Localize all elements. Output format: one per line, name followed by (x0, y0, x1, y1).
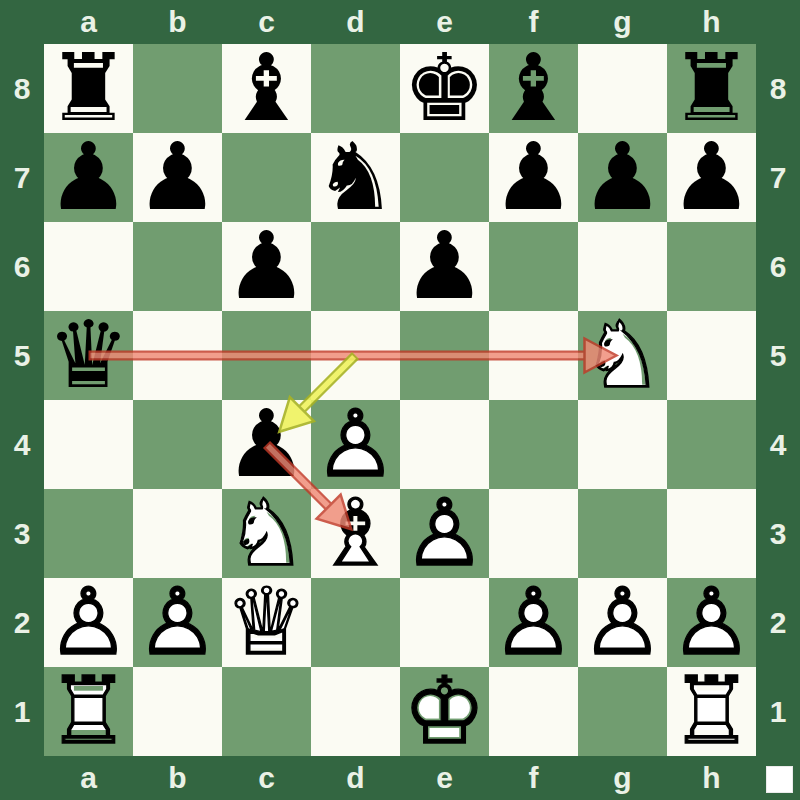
piece-glyph-fill: ♚ (403, 667, 486, 756)
black-knight: ♞ (311, 133, 400, 222)
file-label-bottom-g: g (578, 756, 667, 800)
piece-glyph-outline: ♙ (403, 489, 486, 578)
piece-glyph-outline: ♙ (136, 578, 219, 667)
file-labels-top: abcdefgh (44, 0, 756, 44)
square-c3[interactable]: ♞♘ (222, 489, 311, 578)
square-g7[interactable]: ♟ (578, 133, 667, 222)
piece-glyph-outline: ♙ (670, 578, 753, 667)
piece-glyph: ♟ (581, 133, 664, 222)
square-f6[interactable] (489, 222, 578, 311)
square-c1[interactable] (222, 667, 311, 756)
piece-glyph-fill: ♟ (670, 578, 753, 667)
piece-glyph: ♞ (314, 133, 397, 222)
piece-glyph-outline: ♖ (670, 667, 753, 756)
piece-glyph-fill: ♜ (47, 667, 130, 756)
piece-glyph: ♟ (225, 400, 308, 489)
rank-label-right-4: 4 (756, 400, 800, 489)
piece-glyph-outline: ♙ (314, 400, 397, 489)
rank-label-left-2: 2 (0, 578, 44, 667)
rank-label-right-5: 5 (756, 311, 800, 400)
square-b5[interactable] (133, 311, 222, 400)
file-label-top-d: d (311, 0, 400, 44)
square-e6[interactable]: ♟ (400, 222, 489, 311)
square-e5[interactable] (400, 311, 489, 400)
chessboard-frame: abcdefgh abcdefgh 87654321 87654321 ♜♝♚♝… (0, 0, 800, 800)
piece-glyph: ♟ (670, 133, 753, 222)
piece-glyph-outline: ♖ (47, 667, 130, 756)
square-a3[interactable] (44, 489, 133, 578)
rank-label-right-1: 1 (756, 667, 800, 756)
piece-glyph: ♟ (225, 222, 308, 311)
square-a2[interactable]: ♟♙ (44, 578, 133, 667)
square-e3[interactable]: ♟♙ (400, 489, 489, 578)
file-label-top-c: c (222, 0, 311, 44)
white-pawn: ♟♙ (400, 489, 489, 578)
file-label-bottom-a: a (44, 756, 133, 800)
chessboard: ♜♝♚♝♜♟♟♞♟♟♟♟♟♛♞♘♟♟♙♞♘♝♗♟♙♟♙♟♙♛♕♟♙♟♙♟♙♜♖♚… (44, 44, 756, 756)
piece-glyph-outline: ♙ (492, 578, 575, 667)
square-g6[interactable] (578, 222, 667, 311)
square-c6[interactable]: ♟ (222, 222, 311, 311)
square-e4[interactable] (400, 400, 489, 489)
file-label-top-f: f (489, 0, 578, 44)
square-g2[interactable]: ♟♙ (578, 578, 667, 667)
piece-glyph-outline: ♙ (581, 578, 664, 667)
black-pawn: ♟ (222, 222, 311, 311)
rank-label-right-8: 8 (756, 44, 800, 133)
piece-glyph-fill: ♟ (581, 578, 664, 667)
square-c4[interactable]: ♟ (222, 400, 311, 489)
piece-glyph-fill: ♟ (47, 578, 130, 667)
piece-glyph-fill: ♜ (670, 667, 753, 756)
white-knight: ♞♘ (578, 311, 667, 400)
rank-label-right-6: 6 (756, 222, 800, 311)
square-h1[interactable]: ♜♖ (667, 667, 756, 756)
black-rook: ♜ (667, 44, 756, 133)
file-labels-bottom: abcdefgh (44, 756, 756, 800)
square-f3[interactable] (489, 489, 578, 578)
white-pawn: ♟♙ (489, 578, 578, 667)
square-g8[interactable] (578, 44, 667, 133)
square-a7[interactable]: ♟ (44, 133, 133, 222)
file-label-bottom-c: c (222, 756, 311, 800)
square-h5[interactable] (667, 311, 756, 400)
white-pawn: ♟♙ (667, 578, 756, 667)
piece-glyph: ♟ (136, 133, 219, 222)
white-knight: ♞♘ (222, 489, 311, 578)
piece-glyph-outline: ♙ (47, 578, 130, 667)
piece-glyph: ♛ (47, 311, 130, 400)
rank-label-left-5: 5 (0, 311, 44, 400)
square-h3[interactable] (667, 489, 756, 578)
file-label-bottom-h: h (667, 756, 756, 800)
black-pawn: ♟ (133, 133, 222, 222)
piece-glyph: ♟ (492, 133, 575, 222)
black-pawn: ♟ (578, 133, 667, 222)
piece-glyph: ♜ (47, 44, 130, 133)
piece-glyph-outline: ♗ (314, 489, 397, 578)
black-pawn: ♟ (400, 222, 489, 311)
square-a6[interactable] (44, 222, 133, 311)
rank-label-right-2: 2 (756, 578, 800, 667)
square-d8[interactable] (311, 44, 400, 133)
piece-glyph-fill: ♞ (225, 489, 308, 578)
white-rook: ♜♖ (667, 667, 756, 756)
white-pawn: ♟♙ (578, 578, 667, 667)
square-b8[interactable] (133, 44, 222, 133)
rank-labels-right: 87654321 (756, 44, 800, 756)
square-g3[interactable] (578, 489, 667, 578)
square-b6[interactable] (133, 222, 222, 311)
rank-label-right-7: 7 (756, 133, 800, 222)
white-pawn: ♟♙ (133, 578, 222, 667)
square-h2[interactable]: ♟♙ (667, 578, 756, 667)
black-bishop: ♝ (489, 44, 578, 133)
square-d7[interactable]: ♞ (311, 133, 400, 222)
black-rook: ♜ (44, 44, 133, 133)
piece-glyph-fill: ♟ (492, 578, 575, 667)
piece-glyph: ♟ (403, 222, 486, 311)
piece-glyph-fill: ♟ (136, 578, 219, 667)
piece-glyph-fill: ♞ (581, 311, 664, 400)
white-bishop: ♝♗ (311, 489, 400, 578)
black-pawn: ♟ (489, 133, 578, 222)
side-to-move-indicator (766, 766, 793, 793)
file-label-top-g: g (578, 0, 667, 44)
square-d3[interactable]: ♝♗ (311, 489, 400, 578)
piece-glyph-outline: ♘ (581, 311, 664, 400)
black-king: ♚ (400, 44, 489, 133)
white-pawn: ♟♙ (311, 400, 400, 489)
square-f1[interactable] (489, 667, 578, 756)
square-c8[interactable]: ♝ (222, 44, 311, 133)
square-f4[interactable] (489, 400, 578, 489)
piece-glyph: ♚ (403, 44, 486, 133)
square-e2[interactable] (400, 578, 489, 667)
piece-glyph: ♝ (492, 44, 575, 133)
file-label-bottom-b: b (133, 756, 222, 800)
square-a8[interactable]: ♜ (44, 44, 133, 133)
square-b7[interactable]: ♟ (133, 133, 222, 222)
square-h8[interactable]: ♜ (667, 44, 756, 133)
rank-label-left-3: 3 (0, 489, 44, 578)
black-pawn: ♟ (44, 133, 133, 222)
piece-glyph-fill: ♟ (314, 400, 397, 489)
rank-label-left-8: 8 (0, 44, 44, 133)
square-a5[interactable]: ♛ (44, 311, 133, 400)
square-c2[interactable]: ♛♕ (222, 578, 311, 667)
piece-glyph: ♝ (225, 44, 308, 133)
square-b3[interactable] (133, 489, 222, 578)
file-label-top-e: e (400, 0, 489, 44)
black-bishop: ♝ (222, 44, 311, 133)
piece-glyph-outline: ♕ (225, 578, 308, 667)
square-g1[interactable] (578, 667, 667, 756)
square-g5[interactable]: ♞♘ (578, 311, 667, 400)
black-pawn: ♟ (222, 400, 311, 489)
black-pawn: ♟ (667, 133, 756, 222)
rank-label-left-7: 7 (0, 133, 44, 222)
square-d5[interactable] (311, 311, 400, 400)
square-h7[interactable]: ♟ (667, 133, 756, 222)
piece-glyph-outline: ♘ (225, 489, 308, 578)
piece-glyph-fill: ♟ (403, 489, 486, 578)
piece-glyph-fill: ♛ (225, 578, 308, 667)
square-d6[interactable] (311, 222, 400, 311)
rank-labels-left: 87654321 (0, 44, 44, 756)
square-g4[interactable] (578, 400, 667, 489)
file-label-top-h: h (667, 0, 756, 44)
piece-glyph-outline: ♔ (403, 667, 486, 756)
square-e7[interactable] (400, 133, 489, 222)
square-c5[interactable] (222, 311, 311, 400)
square-f5[interactable] (489, 311, 578, 400)
rank-label-left-1: 1 (0, 667, 44, 756)
white-rook: ♜♖ (44, 667, 133, 756)
white-queen: ♛♕ (222, 578, 311, 667)
piece-glyph: ♜ (670, 44, 753, 133)
square-h6[interactable] (667, 222, 756, 311)
piece-glyph: ♟ (47, 133, 130, 222)
square-f8[interactable]: ♝ (489, 44, 578, 133)
file-label-top-a: a (44, 0, 133, 44)
square-h4[interactable] (667, 400, 756, 489)
square-b2[interactable]: ♟♙ (133, 578, 222, 667)
file-label-bottom-f: f (489, 756, 578, 800)
piece-glyph-fill: ♝ (314, 489, 397, 578)
square-f7[interactable]: ♟ (489, 133, 578, 222)
square-b4[interactable] (133, 400, 222, 489)
rank-label-left-6: 6 (0, 222, 44, 311)
file-label-bottom-e: e (400, 756, 489, 800)
white-king: ♚♔ (400, 667, 489, 756)
square-a1[interactable]: ♜♖ (44, 667, 133, 756)
rank-label-left-4: 4 (0, 400, 44, 489)
square-d2[interactable] (311, 578, 400, 667)
square-d4[interactable]: ♟♙ (311, 400, 400, 489)
white-pawn: ♟♙ (44, 578, 133, 667)
square-b1[interactable] (133, 667, 222, 756)
file-label-top-b: b (133, 0, 222, 44)
square-f2[interactable]: ♟♙ (489, 578, 578, 667)
rank-label-right-3: 3 (756, 489, 800, 578)
square-c7[interactable] (222, 133, 311, 222)
file-label-bottom-d: d (311, 756, 400, 800)
square-e8[interactable]: ♚ (400, 44, 489, 133)
square-a4[interactable] (44, 400, 133, 489)
square-d1[interactable] (311, 667, 400, 756)
square-e1[interactable]: ♚♔ (400, 667, 489, 756)
black-queen: ♛ (44, 311, 133, 400)
